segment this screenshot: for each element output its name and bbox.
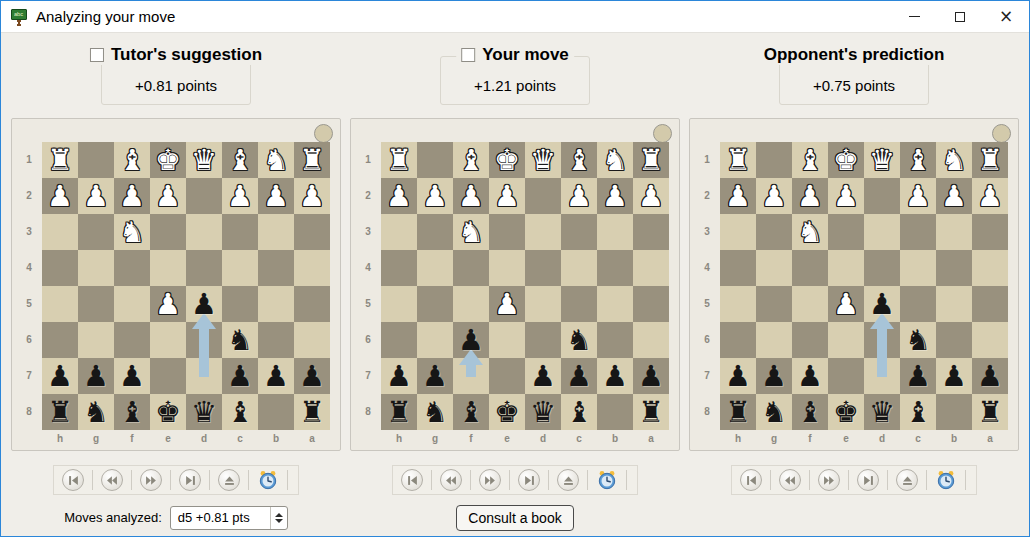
square-d4[interactable] [186,250,222,286]
skip-to-end-button[interactable] [179,469,201,491]
square-c3[interactable] [222,214,258,250]
eject-button[interactable] [896,469,918,491]
file-label-f: f [792,431,828,447]
square-f5[interactable] [114,286,150,322]
square-f7[interactable]: ♟ [114,358,150,394]
square-h3[interactable] [720,214,756,250]
file-labels: hgfedcba [42,431,330,447]
square-b1[interactable]: ♞ [936,142,972,178]
square-e7[interactable] [828,358,864,394]
piece-wP-g2: ♟ [756,178,792,214]
your-move-playback-toolbar [392,465,638,495]
square-e8[interactable]: ♚ [828,394,864,430]
piece-wN-b1: ♞ [936,142,972,178]
square-f3[interactable]: ♞ [453,214,489,250]
square-b8[interactable] [936,394,972,430]
square-h2[interactable]: ♟ [720,178,756,214]
square-b6[interactable] [597,322,633,358]
piece-bK-e8: ♚ [150,394,186,430]
square-e3[interactable] [489,214,525,250]
square-g5[interactable] [756,286,792,322]
square-a7[interactable]: ♟ [294,358,330,394]
square-e7[interactable] [150,358,186,394]
square-a5[interactable] [633,286,669,322]
square-d7[interactable]: ♟ [525,358,561,394]
skip-to-start-button[interactable] [401,469,423,491]
square-e5[interactable]: ♟ [489,286,525,322]
square-d2[interactable] [525,178,561,214]
square-g3[interactable] [756,214,792,250]
analysis-clock-button[interactable] [257,469,279,491]
square-e3[interactable] [828,214,864,250]
square-g6[interactable] [756,322,792,358]
toolbar-separator [809,470,810,490]
piece-bB-f8: ♝ [453,394,489,430]
piece-bR-h8: ♜ [381,394,417,430]
fast-forward-button[interactable] [140,469,162,491]
file-label-b: b [597,431,633,447]
square-a1[interactable]: ♜ [633,142,669,178]
square-d1[interactable]: ♛ [186,142,222,178]
square-a4[interactable] [972,250,1008,286]
square-h3[interactable] [381,214,417,250]
square-a1[interactable]: ♜ [294,142,330,178]
piece-bB-c8: ♝ [900,394,936,430]
piece-wK-e1: ♚ [150,142,186,178]
fast-forward-button[interactable] [818,469,840,491]
square-b2[interactable]: ♟ [597,178,633,214]
square-d1[interactable]: ♛ [525,142,561,178]
square-e6[interactable] [828,322,864,358]
square-h4[interactable] [720,250,756,286]
file-label-b: b [258,431,294,447]
piece-wP-f2: ♟ [114,178,150,214]
square-d8[interactable]: ♛ [186,394,222,430]
consult-book-row: Consult a book [456,504,573,531]
square-g6[interactable] [417,322,453,358]
square-b2[interactable]: ♟ [936,178,972,214]
square-e1[interactable]: ♚ [828,142,864,178]
square-h4[interactable] [381,250,417,286]
file-label-g: g [756,431,792,447]
square-g2[interactable]: ♟ [417,178,453,214]
square-b5[interactable] [597,286,633,322]
square-e7[interactable] [489,358,525,394]
square-d1[interactable]: ♛ [864,142,900,178]
square-a2[interactable]: ♟ [294,178,330,214]
your-move-checkbox[interactable] [461,48,475,62]
piece-wB-c1: ♝ [900,142,936,178]
square-g7[interactable]: ♟ [78,358,114,394]
square-h8[interactable]: ♜ [720,394,756,430]
square-g4[interactable] [756,250,792,286]
square-c4[interactable] [900,250,936,286]
piece-wP-e5: ♟ [489,286,525,322]
square-a5[interactable] [972,286,1008,322]
square-d8[interactable]: ♛ [525,394,561,430]
square-e1[interactable]: ♚ [150,142,186,178]
square-a6[interactable] [294,322,330,358]
square-c1[interactable]: ♝ [900,142,936,178]
rank-label-5: 5 [698,286,716,322]
square-h8[interactable]: ♜ [42,394,78,430]
square-a6[interactable] [972,322,1008,358]
piece-bP-c7: ♟ [900,358,936,394]
piece-bN-g8: ♞ [756,394,792,430]
moves-analyzed-label: Moves analyzed: [64,510,162,525]
square-c6[interactable]: ♞ [561,322,597,358]
piece-wP-c2: ♟ [900,178,936,214]
skip-to-end-button[interactable] [857,469,879,491]
piece-bN-c6: ♞ [900,322,936,358]
eject-button[interactable] [218,469,240,491]
file-label-h: h [720,431,756,447]
square-g1[interactable] [78,142,114,178]
square-a6[interactable] [633,322,669,358]
square-f4[interactable] [114,250,150,286]
square-f6[interactable] [792,322,828,358]
piece-bP-h7: ♟ [42,358,78,394]
square-f3[interactable]: ♞ [792,214,828,250]
piece-wB-f1: ♝ [792,142,828,178]
toolbar-separator [887,470,888,490]
square-f1[interactable]: ♝ [114,142,150,178]
rank-labels: 12345678 [698,142,716,430]
square-c5[interactable] [900,286,936,322]
toolbar-separator [170,470,171,490]
square-f1[interactable]: ♝ [453,142,489,178]
square-a3[interactable] [294,214,330,250]
file-label-f: f [453,431,489,447]
square-a4[interactable] [633,250,669,286]
rewind-button[interactable] [440,469,462,491]
piece-wB-f1: ♝ [453,142,489,178]
square-b8[interactable] [597,394,633,430]
square-c7[interactable]: ♟ [900,358,936,394]
toolbar-separator [287,470,288,490]
square-c2[interactable]: ♟ [900,178,936,214]
piece-bP-h7: ♟ [720,358,756,394]
square-g8[interactable]: ♞ [417,394,453,430]
square-b7[interactable]: ♟ [936,358,972,394]
square-g8[interactable]: ♞ [78,394,114,430]
rank-label-8: 8 [698,394,716,430]
spinner-icon[interactable] [270,507,287,529]
square-d3[interactable] [864,214,900,250]
piece-bB-f8: ♝ [792,394,828,430]
opponent-prediction-board: ♜♝♚♛♝♞♜♟♟♟♟♟♟♟♞♟♟♞♟♟♟♟♟♟♜♞♝♚♛♝♜ [720,142,1008,430]
square-c3[interactable] [900,214,936,250]
group-title-row: Opponent's prediction [759,45,950,65]
piece-wP-h2: ♟ [381,178,417,214]
square-g3[interactable] [417,214,453,250]
square-b6[interactable] [258,322,294,358]
moves-analyzed-select[interactable]: d5 +0.81 pts [170,506,288,530]
rank-label-2: 2 [698,178,716,214]
square-g3[interactable] [78,214,114,250]
file-label-a: a [972,431,1008,447]
square-b7[interactable]: ♟ [597,358,633,394]
window-controls: × [891,1,1029,32]
square-h2[interactable]: ♟ [42,178,78,214]
square-h6[interactable] [720,322,756,358]
close-icon: × [999,8,1013,25]
square-h1[interactable]: ♜ [381,142,417,178]
square-h7[interactable]: ♟ [381,358,417,394]
square-b5[interactable] [936,286,972,322]
square-b4[interactable] [258,250,294,286]
piece-wP-e2: ♟ [489,178,525,214]
piece-bQ-d8: ♛ [525,394,561,430]
square-h3[interactable] [42,214,78,250]
square-a8[interactable]: ♜ [633,394,669,430]
rank-label-6: 6 [698,322,716,358]
square-g4[interactable] [78,250,114,286]
minimize-button[interactable] [891,1,937,32]
piece-bP-c7: ♟ [561,358,597,394]
file-label-d: d [186,431,222,447]
square-e4[interactable] [828,250,864,286]
square-g1[interactable] [417,142,453,178]
square-h6[interactable] [381,322,417,358]
piece-bP-g7: ♟ [756,358,792,394]
file-labels: hgfedcba [381,431,669,447]
your-move-title: Your move [482,45,569,65]
square-h6[interactable] [42,322,78,358]
square-b5[interactable] [258,286,294,322]
square-b8[interactable] [258,394,294,430]
tutor-suggestion-group: Tutor's suggestion +0.81 points [101,56,251,105]
square-g5[interactable] [78,286,114,322]
piece-bP-f7: ♟ [114,358,150,394]
piece-bR-a8: ♜ [294,394,330,430]
square-f1[interactable]: ♝ [792,142,828,178]
square-f5[interactable] [453,286,489,322]
piece-wP-b2: ♟ [597,178,633,214]
square-d4[interactable] [864,250,900,286]
rank-labels: 12345678 [20,142,38,430]
square-b4[interactable] [597,250,633,286]
square-c4[interactable] [222,250,258,286]
eject-button[interactable] [557,469,579,491]
skip-to-end-button[interactable] [518,469,540,491]
piece-bP-b7: ♟ [936,358,972,394]
square-f7[interactable]: ♟ [792,358,828,394]
square-c7[interactable]: ♟ [561,358,597,394]
square-f8[interactable]: ♝ [792,394,828,430]
rank-label-3: 3 [20,214,38,250]
square-a2[interactable]: ♟ [633,178,669,214]
square-h7[interactable]: ♟ [720,358,756,394]
piece-bP-a7: ♟ [972,358,1008,394]
square-g1[interactable] [756,142,792,178]
square-d2[interactable] [186,178,222,214]
square-c5[interactable] [561,286,597,322]
file-label-c: c [900,431,936,447]
square-c6[interactable]: ♞ [900,322,936,358]
square-g7[interactable]: ♟ [756,358,792,394]
square-h1[interactable]: ♜ [42,142,78,178]
square-h5[interactable] [720,286,756,322]
square-b1[interactable]: ♞ [258,142,294,178]
square-a8[interactable]: ♜ [294,394,330,430]
square-e8[interactable]: ♚ [150,394,186,430]
tutor-playback-toolbar [53,465,299,495]
square-f8[interactable]: ♝ [114,394,150,430]
square-f4[interactable] [453,250,489,286]
move-arrow-d7-d5 [870,313,894,377]
fast-forward-button[interactable] [479,469,501,491]
square-f6[interactable] [114,322,150,358]
square-b6[interactable] [936,322,972,358]
square-a7[interactable]: ♟ [633,358,669,394]
square-b4[interactable] [936,250,972,286]
square-c1[interactable]: ♝ [222,142,258,178]
square-b7[interactable]: ♟ [258,358,294,394]
square-f4[interactable] [792,250,828,286]
turn-indicator [653,124,672,143]
square-e3[interactable] [150,214,186,250]
square-e4[interactable] [150,250,186,286]
square-d3[interactable] [186,214,222,250]
square-g7[interactable]: ♟ [417,358,453,394]
square-h5[interactable] [381,286,417,322]
square-d4[interactable] [525,250,561,286]
toolbar-separator [626,470,627,490]
square-a7[interactable]: ♟ [972,358,1008,394]
square-b3[interactable] [936,214,972,250]
square-f5[interactable] [792,286,828,322]
rewind-button[interactable] [779,469,801,491]
square-c3[interactable] [561,214,597,250]
square-c6[interactable]: ♞ [222,322,258,358]
piece-bK-e8: ♚ [828,394,864,430]
square-a4[interactable] [294,250,330,286]
square-h4[interactable] [42,250,78,286]
piece-bP-a7: ♟ [633,358,669,394]
square-g8[interactable]: ♞ [756,394,792,430]
square-c8[interactable]: ♝ [222,394,258,430]
square-e5[interactable]: ♟ [828,286,864,322]
square-b2[interactable]: ♟ [258,178,294,214]
square-c2[interactable]: ♟ [561,178,597,214]
square-b3[interactable] [258,214,294,250]
square-f3[interactable]: ♞ [114,214,150,250]
square-e1[interactable]: ♚ [489,142,525,178]
file-label-a: a [633,431,669,447]
square-c8[interactable]: ♝ [900,394,936,430]
piece-wR-h1: ♜ [720,142,756,178]
square-c2[interactable]: ♟ [222,178,258,214]
piece-wR-h1: ♜ [42,142,78,178]
square-e5[interactable]: ♟ [150,286,186,322]
square-a1[interactable]: ♜ [972,142,1008,178]
piece-wN-f3: ♞ [453,214,489,250]
square-d8[interactable]: ♛ [864,394,900,430]
file-labels: hgfedcba [720,431,1008,447]
square-b1[interactable]: ♞ [597,142,633,178]
skip-to-start-button[interactable] [740,469,762,491]
skip-to-start-button[interactable] [62,469,84,491]
move-arrow-d7-d5 [192,313,216,377]
tutor-suggestion-board: ♜♝♚♛♝♞♜♟♟♟♟♟♟♟♞♟♟♞♟♟♟♟♟♟♜♞♝♚♛♝♜ [42,142,330,430]
square-e2[interactable]: ♟ [150,178,186,214]
square-d2[interactable] [864,178,900,214]
square-e2[interactable]: ♟ [489,178,525,214]
square-d5[interactable] [525,286,561,322]
piece-wP-e5: ♟ [828,286,864,322]
square-b3[interactable] [597,214,633,250]
square-e2[interactable]: ♟ [828,178,864,214]
square-e4[interactable] [489,250,525,286]
square-a5[interactable] [294,286,330,322]
square-g2[interactable]: ♟ [756,178,792,214]
toolbar-separator [248,470,249,490]
square-c4[interactable] [561,250,597,286]
square-h2[interactable]: ♟ [381,178,417,214]
piece-bN-g8: ♞ [417,394,453,430]
square-e6[interactable] [489,322,525,358]
turn-indicator [314,124,333,143]
square-h8[interactable]: ♜ [381,394,417,430]
piece-wR-a1: ♜ [633,142,669,178]
square-h1[interactable]: ♜ [720,142,756,178]
rank-label-1: 1 [20,142,38,178]
square-g4[interactable] [417,250,453,286]
consult-book-button[interactable]: Consult a book [456,505,573,531]
square-f8[interactable]: ♝ [453,394,489,430]
tutor-suggestion-checkbox[interactable] [90,48,104,62]
rank-label-7: 7 [359,358,377,394]
square-g5[interactable] [417,286,453,322]
square-d3[interactable] [525,214,561,250]
file-label-g: g [78,431,114,447]
square-c8[interactable]: ♝ [561,394,597,430]
toolbar-separator [587,470,588,490]
square-c5[interactable] [222,286,258,322]
analysis-clock-button[interactable] [596,469,618,491]
square-d6[interactable] [525,322,561,358]
rank-label-2: 2 [359,178,377,214]
square-c7[interactable]: ♟ [222,358,258,394]
toolbar-separator [926,470,927,490]
piece-bP-c7: ♟ [222,358,258,394]
analyzing-move-window: Analyzing your move × Tutor's suggestion… [0,0,1030,537]
rewind-button[interactable] [101,469,123,491]
analysis-clock-button[interactable] [935,469,957,491]
piece-wN-f3: ♞ [792,214,828,250]
square-a3[interactable] [633,214,669,250]
square-e8[interactable]: ♚ [489,394,525,430]
close-button[interactable]: × [983,1,1029,32]
square-a8[interactable]: ♜ [972,394,1008,430]
piece-wP-h2: ♟ [720,178,756,214]
square-g2[interactable]: ♟ [78,178,114,214]
square-e6[interactable] [150,322,186,358]
square-f2[interactable]: ♟ [792,178,828,214]
piece-bN-c6: ♞ [561,322,597,358]
square-h5[interactable] [42,286,78,322]
square-f2[interactable]: ♟ [453,178,489,214]
square-a2[interactable]: ♟ [972,178,1008,214]
piece-bP-f7: ♟ [792,358,828,394]
square-h7[interactable]: ♟ [42,358,78,394]
square-g6[interactable] [78,322,114,358]
square-c1[interactable]: ♝ [561,142,597,178]
maximize-button[interactable] [937,1,983,32]
square-a3[interactable] [972,214,1008,250]
square-f2[interactable]: ♟ [114,178,150,214]
